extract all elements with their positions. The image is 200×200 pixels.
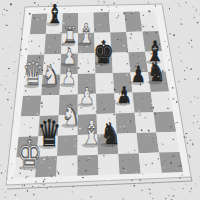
square-g4[interactable] — [133, 92, 154, 113]
square-g8[interactable] — [124, 11, 142, 32]
square-g1[interactable] — [139, 153, 162, 174]
piece-white-pawn-d4[interactable]: ♟ — [79, 82, 94, 109]
square-c1[interactable] — [56, 155, 77, 176]
square-g2[interactable] — [137, 132, 160, 153]
square-e1[interactable] — [98, 154, 120, 175]
square-a7[interactable] — [28, 34, 46, 55]
board-scene: ♝♜♝♟♚♝♛♞♟♟♞♟♟♞♛♝♞♚ — [0, 0, 200, 200]
square-h1[interactable] — [159, 152, 183, 173]
piece-black-pawn-g5[interactable]: ♟ — [131, 61, 146, 87]
piece-black-knight-h5[interactable]: ♞ — [147, 56, 165, 88]
piece-black-bishop-b8[interactable]: ♝ — [46, 0, 63, 29]
square-a8[interactable] — [30, 14, 48, 35]
square-h4[interactable] — [151, 92, 173, 113]
square-g3[interactable] — [135, 112, 157, 133]
piece-white-queen-a5[interactable]: ♛ — [22, 54, 44, 93]
square-f6[interactable] — [112, 52, 131, 73]
square-e4[interactable] — [96, 93, 116, 114]
square-e8[interactable] — [94, 12, 111, 33]
square-f1[interactable] — [118, 153, 141, 174]
piece-white-knight-b5[interactable]: ♞ — [42, 59, 60, 91]
square-h3[interactable] — [154, 112, 177, 133]
square-f8[interactable] — [109, 12, 126, 33]
piece-white-knight-c3[interactable]: ♞ — [61, 97, 80, 131]
square-b7[interactable] — [44, 34, 62, 55]
piece-black-knight-e2[interactable]: ♞ — [101, 115, 121, 150]
chessboard-photo: ♝♜♝♟♚♝♛♞♟♟♞♟♟♞♛♝♞♚ — [0, 0, 200, 200]
piece-white-pawn-c5[interactable]: ♟ — [62, 63, 77, 89]
piece-black-king-e6[interactable]: ♚ — [93, 33, 114, 69]
square-e5[interactable] — [95, 73, 114, 94]
square-g7[interactable] — [126, 32, 145, 53]
